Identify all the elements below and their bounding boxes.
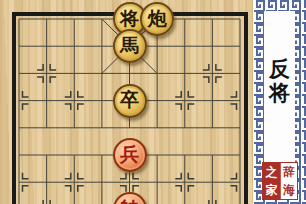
seal-right-column: 辞 海 bbox=[280, 163, 297, 199]
title-char-1: 反 bbox=[253, 57, 306, 81]
seal-left-column: 之 家 bbox=[263, 163, 280, 199]
piece-char: 将 bbox=[120, 9, 139, 28]
piece-black-horse: 馬 bbox=[113, 29, 147, 63]
piece-char: 卒 bbox=[120, 90, 139, 109]
puzzle-screenshot: 将炮馬卒兵帥 反 将 之 家 辞 海 bbox=[0, 0, 306, 204]
publisher-seal: 之 家 辞 海 bbox=[262, 162, 298, 200]
title-char-2: 将 bbox=[253, 81, 306, 105]
piece-char: 帥 bbox=[120, 199, 139, 204]
piece-red-king: 帥 bbox=[113, 192, 147, 204]
pieces-layer: 将炮馬卒兵帥 bbox=[0, 0, 253, 204]
xiangqi-board: 将炮馬卒兵帥 bbox=[0, 0, 253, 204]
piece-char: 炮 bbox=[148, 9, 167, 28]
puzzle-title: 反 将 bbox=[253, 57, 306, 105]
piece-char: 馬 bbox=[120, 36, 139, 55]
piece-red-soldier: 兵 bbox=[113, 138, 147, 172]
piece-black-cannon: 炮 bbox=[140, 2, 174, 36]
piece-char: 兵 bbox=[120, 145, 139, 164]
side-panel: 反 将 之 家 辞 海 bbox=[253, 0, 306, 204]
piece-black-soldier: 卒 bbox=[113, 84, 147, 118]
